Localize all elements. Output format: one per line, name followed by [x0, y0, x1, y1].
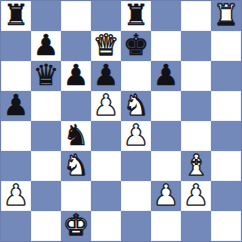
square-h4[interactable]	[211, 121, 241, 151]
square-e3[interactable]	[121, 151, 151, 181]
square-h3[interactable]	[211, 151, 241, 181]
square-e5[interactable]: ♞	[121, 91, 151, 121]
square-b4[interactable]	[31, 121, 61, 151]
piece-white-rook[interactable]: ♜	[213, 0, 239, 30]
square-a4[interactable]	[1, 121, 31, 151]
square-c7[interactable]	[61, 31, 91, 61]
square-f7[interactable]	[151, 31, 181, 61]
piece-white-pawn[interactable]: ♟	[93, 90, 119, 120]
square-c5[interactable]	[61, 91, 91, 121]
square-f2[interactable]: ♟	[151, 181, 181, 211]
square-b7[interactable]: ♟	[31, 31, 61, 61]
square-a1[interactable]	[1, 211, 31, 241]
square-c4[interactable]: ♞	[61, 121, 91, 151]
square-g1[interactable]	[181, 211, 211, 241]
square-h5[interactable]	[211, 91, 241, 121]
piece-white-king[interactable]: ♚	[63, 210, 89, 240]
square-h8[interactable]: ♜	[211, 1, 241, 31]
square-d2[interactable]	[91, 181, 121, 211]
piece-black-rook[interactable]: ♜	[3, 0, 29, 30]
piece-white-queen[interactable]: ♛	[93, 30, 119, 60]
piece-white-pawn[interactable]: ♟	[3, 180, 29, 210]
square-c1[interactable]: ♚	[61, 211, 91, 241]
piece-white-pawn[interactable]: ♟	[183, 180, 209, 210]
piece-black-pawn[interactable]: ♟	[63, 60, 89, 90]
square-f1[interactable]	[151, 211, 181, 241]
piece-black-queen[interactable]: ♛	[33, 60, 59, 90]
piece-black-knight[interactable]: ♞	[63, 120, 89, 150]
square-d5[interactable]: ♟	[91, 91, 121, 121]
square-a5[interactable]: ♟	[1, 91, 31, 121]
square-e4[interactable]: ♟	[121, 121, 151, 151]
square-g8[interactable]	[181, 1, 211, 31]
square-g2[interactable]: ♟	[181, 181, 211, 211]
square-c6[interactable]: ♟	[61, 61, 91, 91]
square-e2[interactable]	[121, 181, 151, 211]
piece-white-pawn[interactable]: ♟	[153, 180, 179, 210]
piece-black-pawn[interactable]: ♟	[33, 30, 59, 60]
square-h1[interactable]	[211, 211, 241, 241]
piece-black-pawn[interactable]: ♟	[3, 90, 29, 120]
square-b5[interactable]	[31, 91, 61, 121]
chess-board: ♜♜♜♟♛♚♛♟♟♟♟♟♞♞♟♞♝♟♟♟♚	[0, 0, 242, 242]
square-b6[interactable]: ♛	[31, 61, 61, 91]
square-d8[interactable]	[91, 1, 121, 31]
piece-black-rook[interactable]: ♜	[123, 0, 149, 30]
piece-black-pawn[interactable]: ♟	[153, 60, 179, 90]
square-b1[interactable]	[31, 211, 61, 241]
piece-white-knight[interactable]: ♞	[123, 90, 149, 120]
square-c8[interactable]	[61, 1, 91, 31]
square-d1[interactable]	[91, 211, 121, 241]
square-d4[interactable]	[91, 121, 121, 151]
square-g3[interactable]: ♝	[181, 151, 211, 181]
square-e1[interactable]	[121, 211, 151, 241]
square-d7[interactable]: ♛	[91, 31, 121, 61]
square-f3[interactable]	[151, 151, 181, 181]
square-a6[interactable]	[1, 61, 31, 91]
square-g4[interactable]	[181, 121, 211, 151]
piece-black-king[interactable]: ♚	[123, 30, 149, 60]
square-e6[interactable]	[121, 61, 151, 91]
square-e8[interactable]: ♜	[121, 1, 151, 31]
piece-white-pawn[interactable]: ♟	[123, 120, 149, 150]
square-h7[interactable]	[211, 31, 241, 61]
square-b8[interactable]	[31, 1, 61, 31]
square-b3[interactable]	[31, 151, 61, 181]
chess-board-container: ♜♜♜♟♛♚♛♟♟♟♟♟♞♞♟♞♝♟♟♟♚	[0, 0, 242, 242]
square-a3[interactable]	[1, 151, 31, 181]
square-g6[interactable]	[181, 61, 211, 91]
square-a7[interactable]	[1, 31, 31, 61]
square-f8[interactable]	[151, 1, 181, 31]
square-h2[interactable]	[211, 181, 241, 211]
square-f4[interactable]	[151, 121, 181, 151]
square-f5[interactable]	[151, 91, 181, 121]
piece-black-pawn[interactable]: ♟	[93, 60, 119, 90]
square-d6[interactable]: ♟	[91, 61, 121, 91]
square-c3[interactable]: ♞	[61, 151, 91, 181]
square-a2[interactable]: ♟	[1, 181, 31, 211]
square-d3[interactable]	[91, 151, 121, 181]
square-e7[interactable]: ♚	[121, 31, 151, 61]
square-g7[interactable]	[181, 31, 211, 61]
piece-white-knight[interactable]: ♞	[63, 150, 89, 180]
square-f6[interactable]: ♟	[151, 61, 181, 91]
square-h6[interactable]	[211, 61, 241, 91]
square-c2[interactable]	[61, 181, 91, 211]
square-g5[interactable]	[181, 91, 211, 121]
square-b2[interactable]	[31, 181, 61, 211]
piece-white-bishop[interactable]: ♝	[183, 150, 209, 180]
square-a8[interactable]: ♜	[1, 1, 31, 31]
